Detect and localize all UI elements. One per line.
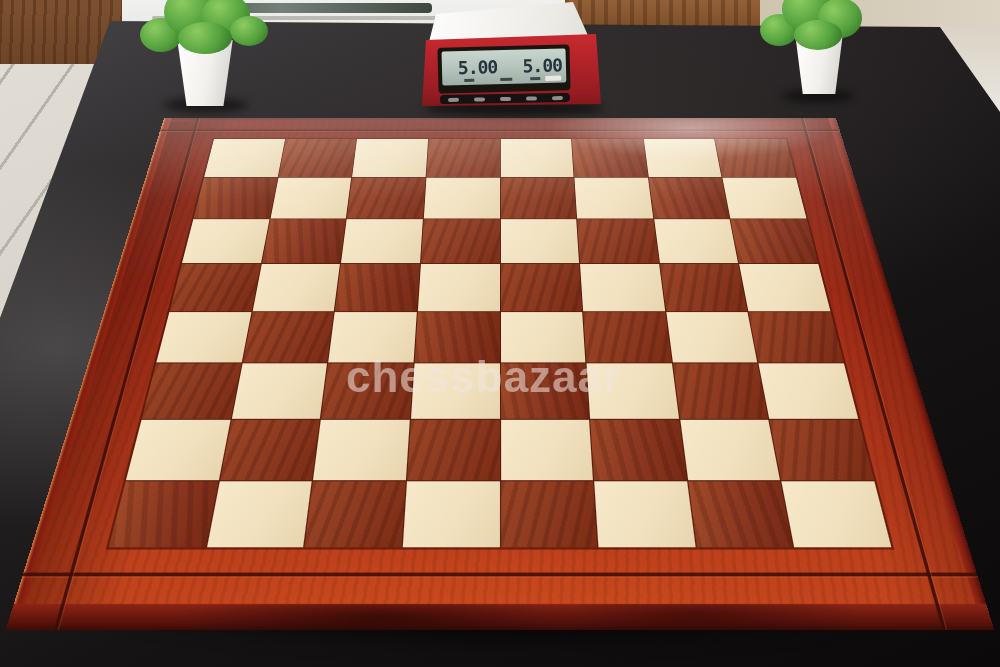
square-c7 <box>347 178 425 219</box>
chess-clock: 5.00 5.00 <box>418 0 610 120</box>
clock-lcd: 5.00 5.00 <box>442 48 567 85</box>
square-f8 <box>572 139 648 177</box>
square-g1 <box>688 481 793 547</box>
square-b1 <box>207 481 312 547</box>
square-h1 <box>782 481 892 547</box>
square-h6 <box>731 219 818 263</box>
square-c8 <box>352 139 428 177</box>
square-h7 <box>723 178 807 219</box>
square-g6 <box>654 219 738 263</box>
square-b7 <box>270 178 351 219</box>
square-f2 <box>590 420 686 480</box>
square-g7 <box>649 178 730 219</box>
lcd-flag-icon <box>464 79 474 82</box>
square-d2 <box>407 420 500 480</box>
clock-button-icon[interactable] <box>447 97 458 101</box>
square-h2 <box>770 420 874 480</box>
square-b8 <box>278 139 356 177</box>
square-c2 <box>313 420 409 480</box>
square-d1 <box>403 481 500 547</box>
square-a6 <box>182 219 269 263</box>
square-h8 <box>715 139 796 177</box>
square-a4 <box>156 312 251 363</box>
square-c1 <box>305 481 406 547</box>
leaf-cluster-icon <box>230 16 268 46</box>
clock-time-left: 5.00 <box>458 56 498 78</box>
square-d5 <box>418 264 500 311</box>
lcd-separator-icon <box>500 78 512 81</box>
square-a7 <box>194 178 278 219</box>
clock-button-icon[interactable] <box>525 96 536 100</box>
square-f6 <box>577 219 659 263</box>
square-b6 <box>262 219 346 263</box>
square-e7 <box>500 178 576 219</box>
square-f1 <box>594 481 695 547</box>
square-f5 <box>580 264 665 311</box>
board-grid <box>109 139 892 547</box>
square-e5 <box>500 264 582 311</box>
clock-button-icon[interactable] <box>551 95 562 99</box>
square-b5 <box>252 264 340 311</box>
square-a5 <box>170 264 261 311</box>
clock-display-bezel: 5.00 5.00 <box>437 44 570 93</box>
square-c6 <box>341 219 423 263</box>
clock-button-icon[interactable] <box>499 96 510 100</box>
square-e1 <box>501 481 598 547</box>
square-g8 <box>644 139 722 177</box>
square-f7 <box>575 178 653 219</box>
square-g2 <box>680 420 780 480</box>
square-c5 <box>335 264 420 311</box>
square-b2 <box>220 420 320 480</box>
square-e2 <box>501 420 594 480</box>
square-d7 <box>424 178 500 219</box>
leaf-cluster-icon <box>178 22 232 54</box>
frame-groove-top <box>160 129 840 131</box>
square-e8 <box>500 139 573 177</box>
square-b3 <box>231 364 327 419</box>
square-h5 <box>739 264 830 311</box>
square-e6 <box>500 219 579 263</box>
square-a8 <box>204 139 285 177</box>
square-a3 <box>142 364 241 419</box>
board-bevel-bottom <box>6 604 995 630</box>
square-a2 <box>126 420 230 480</box>
square-d6 <box>421 219 500 263</box>
product-photo-scene: chessbazaar 5.00 5.00 <box>0 0 1000 667</box>
watermark: chessbazaar <box>346 352 621 402</box>
plant-right <box>752 0 878 108</box>
clock-button-icon[interactable] <box>473 97 484 101</box>
brand-label <box>545 76 561 81</box>
plant-left <box>138 0 270 118</box>
square-g5 <box>660 264 748 311</box>
lcd-flag-icon <box>530 77 540 80</box>
square-g3 <box>673 364 769 419</box>
leaf-cluster-icon <box>794 20 842 50</box>
square-d8 <box>426 139 499 177</box>
square-a1 <box>109 481 219 547</box>
square-h4 <box>749 312 844 363</box>
square-b4 <box>242 312 334 363</box>
square-h3 <box>759 364 858 419</box>
frame-groove-bottom <box>22 573 977 577</box>
square-g4 <box>666 312 758 363</box>
clock-time-right: 5.00 <box>522 54 562 76</box>
